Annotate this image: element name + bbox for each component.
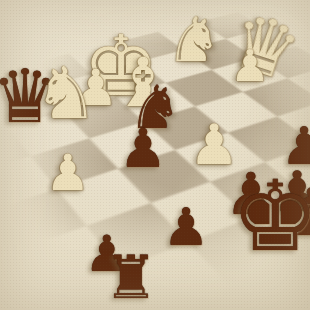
- piece-dark-pawn[interactable]: ♟: [119, 122, 167, 176]
- piece-layer: ♛♞♟♚♝♞♛♟♟♟♞♟♟♟♚♟♝♟♟♜: [0, 0, 310, 310]
- piece-white-knight[interactable]: ♞: [34, 57, 99, 129]
- piece-white-pawn[interactable]: ♟: [46, 148, 91, 198]
- piece-dark-rook[interactable]: ♜: [104, 247, 158, 307]
- piece-white-knight[interactable]: ♞: [166, 9, 222, 71]
- piece-dark-king[interactable]: ♚: [231, 167, 310, 265]
- chess-on-sand-scene: ♛♞♟♚♝♞♛♟♟♟♞♟♟♟♚♟♝♟♟♜: [0, 0, 310, 310]
- piece-dark-pawn[interactable]: ♟: [163, 201, 210, 253]
- piece-white-pawn[interactable]: ♟: [230, 44, 269, 88]
